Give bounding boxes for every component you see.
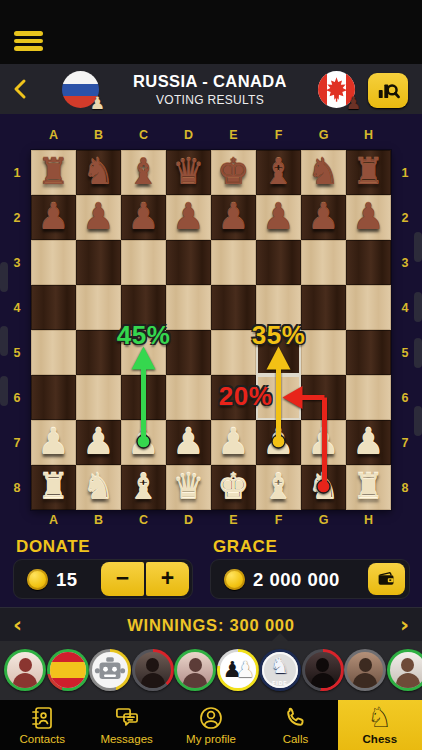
- tab-messages[interactable]: Messages: [84, 700, 168, 750]
- cream-pawn: ♟: [346, 420, 391, 465]
- square-c1[interactable]: ♝: [121, 150, 166, 195]
- brown-pawn: ♟: [31, 195, 76, 240]
- cream-pawn: ♟: [301, 420, 346, 465]
- file-label-b: B: [76, 128, 121, 144]
- brown-knight: ♞: [301, 150, 346, 195]
- square-d6[interactable]: [166, 375, 211, 420]
- square-e4[interactable]: [211, 285, 256, 330]
- avatar-6-chess-pawns[interactable]: ♟♟: [217, 649, 259, 691]
- square-f2[interactable]: ♟: [256, 195, 301, 240]
- player-avatar-carousel: ♟♟♞FIDE: [0, 641, 422, 700]
- side-handle: [414, 338, 422, 368]
- side-handle: [414, 406, 422, 436]
- avatar-5-photo[interactable]: [174, 649, 216, 691]
- bar-chart-magnifier-icon: [375, 78, 401, 104]
- square-a2[interactable]: ♟: [31, 195, 76, 240]
- cream-bishop: ♝: [121, 465, 166, 510]
- square-b5[interactable]: [76, 330, 121, 375]
- side-handle: [414, 232, 422, 262]
- winnings-prev-chevron-icon[interactable]: ‹: [13, 609, 22, 641]
- file-label-g: G: [301, 128, 346, 144]
- square-b4[interactable]: [76, 285, 121, 330]
- file-label-h: H: [346, 513, 391, 529]
- square-h4[interactable]: [346, 285, 391, 330]
- cream-pawn: ♟: [166, 420, 211, 465]
- donate-amount: 15: [56, 569, 78, 591]
- file-label-f: F: [256, 513, 301, 529]
- brown-pawn: ♟: [256, 195, 301, 240]
- square-d8[interactable]: ♛: [166, 465, 211, 510]
- tab-my-profile[interactable]: My profile: [169, 700, 253, 750]
- cream-pawn: ♟: [121, 420, 166, 465]
- rank-label-8: 8: [8, 465, 26, 510]
- winnings-bar: ‹ WINNINGS: 300 000 ›: [0, 607, 422, 642]
- square-h3[interactable]: [346, 240, 391, 285]
- square-e5[interactable]: [211, 330, 256, 375]
- pawns-avatar: ♟♟: [220, 652, 256, 688]
- square-e1[interactable]: ♚: [211, 150, 256, 195]
- file-label-b: B: [76, 513, 121, 529]
- cream-knight: ♞: [76, 465, 121, 510]
- avatar-4-photo[interactable]: [132, 649, 174, 691]
- file-label-e: E: [211, 128, 256, 144]
- rank-label-5: 5: [8, 330, 26, 375]
- brown-king: ♚: [211, 150, 256, 195]
- square-c8[interactable]: ♝: [121, 465, 166, 510]
- square-b6[interactable]: [76, 375, 121, 420]
- square-d3[interactable]: [166, 240, 211, 285]
- square-f7[interactable]: ♟: [256, 420, 301, 465]
- square-d5[interactable]: [166, 330, 211, 375]
- square-f8[interactable]: ♝: [256, 465, 301, 510]
- square-g3[interactable]: [301, 240, 346, 285]
- file-label-a: A: [31, 513, 76, 529]
- donate-minus-button[interactable]: −: [101, 562, 144, 596]
- black-pawn-icon: ♟: [346, 95, 361, 112]
- chat-bubbles-icon: [114, 705, 140, 731]
- rank-label-5: 5: [396, 330, 414, 375]
- side-handle: [0, 326, 8, 356]
- brown-pawn: ♟: [211, 195, 256, 240]
- rank-labels-right: 12345678: [396, 150, 414, 510]
- brown-pawn: ♟: [76, 195, 121, 240]
- donate-plus-button[interactable]: +: [146, 562, 189, 596]
- cream-rook: ♜: [346, 465, 391, 510]
- grace-label: GRACE: [213, 537, 277, 557]
- rank-labels-left: 12345678: [8, 150, 26, 510]
- cream-king: ♚: [211, 465, 256, 510]
- side-handle: [414, 292, 422, 322]
- square-h8[interactable]: ♜: [346, 465, 391, 510]
- match-title-block: RUSSIA - CANADA VOTING RESULTS: [110, 72, 310, 107]
- cream-pawn: ♟: [31, 420, 76, 465]
- status-area: [0, 0, 422, 64]
- square-g4[interactable]: [301, 285, 346, 330]
- file-label-h: H: [346, 128, 391, 144]
- cream-bishop: ♝: [256, 465, 301, 510]
- tab-contacts[interactable]: Contacts: [0, 700, 84, 750]
- square-b3[interactable]: [76, 240, 121, 285]
- brown-rook: ♜: [31, 150, 76, 195]
- square-h2[interactable]: ♟: [346, 195, 391, 240]
- file-label-f: F: [256, 128, 301, 144]
- square-c4[interactable]: [121, 285, 166, 330]
- address-book-icon: [29, 705, 55, 731]
- page-title: RUSSIA - CANADA: [110, 72, 310, 91]
- rank-label-2: 2: [8, 195, 26, 240]
- square-a1[interactable]: ♜: [31, 150, 76, 195]
- brown-rook: ♜: [346, 150, 391, 195]
- square-h1[interactable]: ♜: [346, 150, 391, 195]
- rank-label-1: 1: [396, 150, 414, 195]
- brown-pawn: ♟: [166, 195, 211, 240]
- donate-field: 15 − +: [13, 559, 193, 599]
- brown-queen: ♛: [166, 150, 211, 195]
- square-h6[interactable]: [346, 375, 391, 420]
- side-handle: [0, 262, 8, 292]
- chess-board: ♜♞♝♛♚♝♞♜♟♟♟♟♟♟♟♟♟♟♟♟♟♟♟♟♜♞♝♛♚♝♞♜: [31, 150, 391, 510]
- page-subtitle: VOTING RESULTS: [110, 93, 310, 107]
- file-label-c: C: [121, 128, 166, 144]
- avatar-2-flag-spain[interactable]: [47, 649, 89, 691]
- brown-bishop: ♝: [121, 150, 166, 195]
- file-label-a: A: [31, 128, 76, 144]
- white-pawn-icon: ♟: [90, 95, 105, 112]
- avatar-3-robot[interactable]: [89, 649, 131, 691]
- voting-stats-button[interactable]: [368, 73, 408, 108]
- grace-amount: 2 000 000: [253, 569, 340, 591]
- square-g2[interactable]: ♟: [301, 195, 346, 240]
- brown-knight: ♞: [76, 150, 121, 195]
- brown-pawn: ♟: [346, 195, 391, 240]
- rank-label-3: 3: [396, 240, 414, 285]
- square-a8[interactable]: ♜: [31, 465, 76, 510]
- rank-label-6: 6: [396, 375, 414, 420]
- cream-pawn: ♟: [256, 420, 301, 465]
- back-button[interactable]: [10, 77, 34, 101]
- bottom-tab-bar: Contacts Messages My profile Calls ♘: [0, 700, 422, 750]
- profile-icon: [198, 705, 224, 731]
- chess-board-zone: ABCDEFGH 12345678 12345678 ♜♞♝♛♚♝♞♜♟♟♟♟♟…: [0, 114, 422, 535]
- coin-icon: [27, 569, 48, 590]
- money-zone: DONATE 15 − + GRACE 2 000 000: [0, 535, 422, 607]
- wallet-button[interactable]: [368, 563, 405, 595]
- selected-avatar-notch: [271, 633, 289, 642]
- file-labels-top: ABCDEFGH: [31, 128, 391, 144]
- tab-label: Calls: [283, 733, 309, 745]
- brown-bishop: ♝: [256, 150, 301, 195]
- side-handle: [0, 376, 8, 406]
- rank-label-2: 2: [396, 195, 414, 240]
- file-label-d: D: [166, 513, 211, 529]
- robot-icon: [92, 652, 128, 688]
- tab-label: My profile: [186, 733, 236, 745]
- square-h5[interactable]: [346, 330, 391, 375]
- cream-rook: ♜: [31, 465, 76, 510]
- russia-flag-icon: ♟: [62, 71, 99, 108]
- square-a4[interactable]: [31, 285, 76, 330]
- file-labels-bottom: ABCDEFGH: [31, 513, 391, 529]
- square-a7[interactable]: ♟: [31, 420, 76, 465]
- brown-pawn: ♟: [121, 195, 166, 240]
- square-a3[interactable]: [31, 240, 76, 285]
- square-c2[interactable]: ♟: [121, 195, 166, 240]
- file-label-g: G: [301, 513, 346, 529]
- cream-queen: ♛: [166, 465, 211, 510]
- knight-icon: ♘: [367, 705, 392, 731]
- file-label-e: E: [211, 513, 256, 529]
- coin-icon: [224, 569, 245, 590]
- avatar-9-photo[interactable]: [344, 649, 386, 691]
- phone-icon: [282, 705, 308, 731]
- square-g1[interactable]: ♞: [301, 150, 346, 195]
- rank-label-4: 4: [396, 285, 414, 330]
- cream-pawn: ♟: [211, 420, 256, 465]
- rank-label-7: 7: [8, 420, 26, 465]
- grace-field: 2 000 000: [210, 559, 410, 599]
- square-d7[interactable]: ♟: [166, 420, 211, 465]
- square-f6[interactable]: [256, 375, 301, 420]
- square-c5[interactable]: [121, 330, 166, 375]
- square-h7[interactable]: ♟: [346, 420, 391, 465]
- file-label-c: C: [121, 513, 166, 529]
- wallet-icon: [376, 569, 397, 590]
- square-c6[interactable]: [121, 375, 166, 420]
- square-d2[interactable]: ♟: [166, 195, 211, 240]
- rank-label-1: 1: [8, 150, 26, 195]
- tab-label: Messages: [100, 733, 152, 745]
- winnings-label: WINNINGS: 300 000: [127, 616, 295, 635]
- square-a6[interactable]: [31, 375, 76, 420]
- rank-label-7: 7: [396, 420, 414, 465]
- square-a5[interactable]: [31, 330, 76, 375]
- rank-label-3: 3: [8, 240, 26, 285]
- square-f5[interactable]: [256, 330, 301, 375]
- winnings-next-chevron-icon[interactable]: ›: [400, 609, 409, 641]
- square-c7[interactable]: ♟: [121, 420, 166, 465]
- header-bar: ♟ RUSSIA - CANADA VOTING RESULTS ♟: [0, 64, 422, 116]
- square-d1[interactable]: ♛: [166, 150, 211, 195]
- square-f3[interactable]: [256, 240, 301, 285]
- file-label-d: D: [166, 128, 211, 144]
- tab-calls[interactable]: Calls: [253, 700, 337, 750]
- square-g5[interactable]: [301, 330, 346, 375]
- square-b7[interactable]: ♟: [76, 420, 121, 465]
- cream-pawn: ♟: [76, 420, 121, 465]
- square-e6[interactable]: [211, 375, 256, 420]
- square-e8[interactable]: ♚: [211, 465, 256, 510]
- square-f4[interactable]: [256, 285, 301, 330]
- rank-label-4: 4: [8, 285, 26, 330]
- square-g8[interactable]: ♞: [301, 465, 346, 510]
- rank-label-8: 8: [396, 465, 414, 510]
- cream-knight: ♞: [301, 465, 346, 510]
- square-b2[interactable]: ♟: [76, 195, 121, 240]
- rank-label-6: 6: [8, 375, 26, 420]
- square-b8[interactable]: ♞: [76, 465, 121, 510]
- canada-flag-icon: ♟: [318, 71, 355, 108]
- brown-pawn: ♟: [301, 195, 346, 240]
- square-e2[interactable]: ♟: [211, 195, 256, 240]
- avatar-7-fide[interactable]: ♞FIDE: [259, 649, 301, 691]
- square-g6[interactable]: [301, 375, 346, 420]
- square-c3[interactable]: [121, 240, 166, 285]
- hamburger-menu-button[interactable]: [14, 31, 43, 51]
- tab-chess[interactable]: ♘ Chess: [338, 700, 422, 750]
- square-b1[interactable]: ♞: [76, 150, 121, 195]
- square-g7[interactable]: ♟: [301, 420, 346, 465]
- avatar-10-photo[interactable]: [387, 649, 422, 691]
- square-f1[interactable]: ♝: [256, 150, 301, 195]
- avatar-8-photo[interactable]: [302, 649, 344, 691]
- tab-label: Chess: [363, 733, 398, 745]
- square-e7[interactable]: ♟: [211, 420, 256, 465]
- square-d4[interactable]: [166, 285, 211, 330]
- tab-label: Contacts: [20, 733, 65, 745]
- fide-knight-icon: ♞: [262, 653, 298, 678]
- donate-label: DONATE: [16, 537, 90, 557]
- app-screen: ♟ RUSSIA - CANADA VOTING RESULTS ♟: [0, 0, 422, 750]
- avatar-1-photo[interactable]: [4, 649, 46, 691]
- square-e3[interactable]: [211, 240, 256, 285]
